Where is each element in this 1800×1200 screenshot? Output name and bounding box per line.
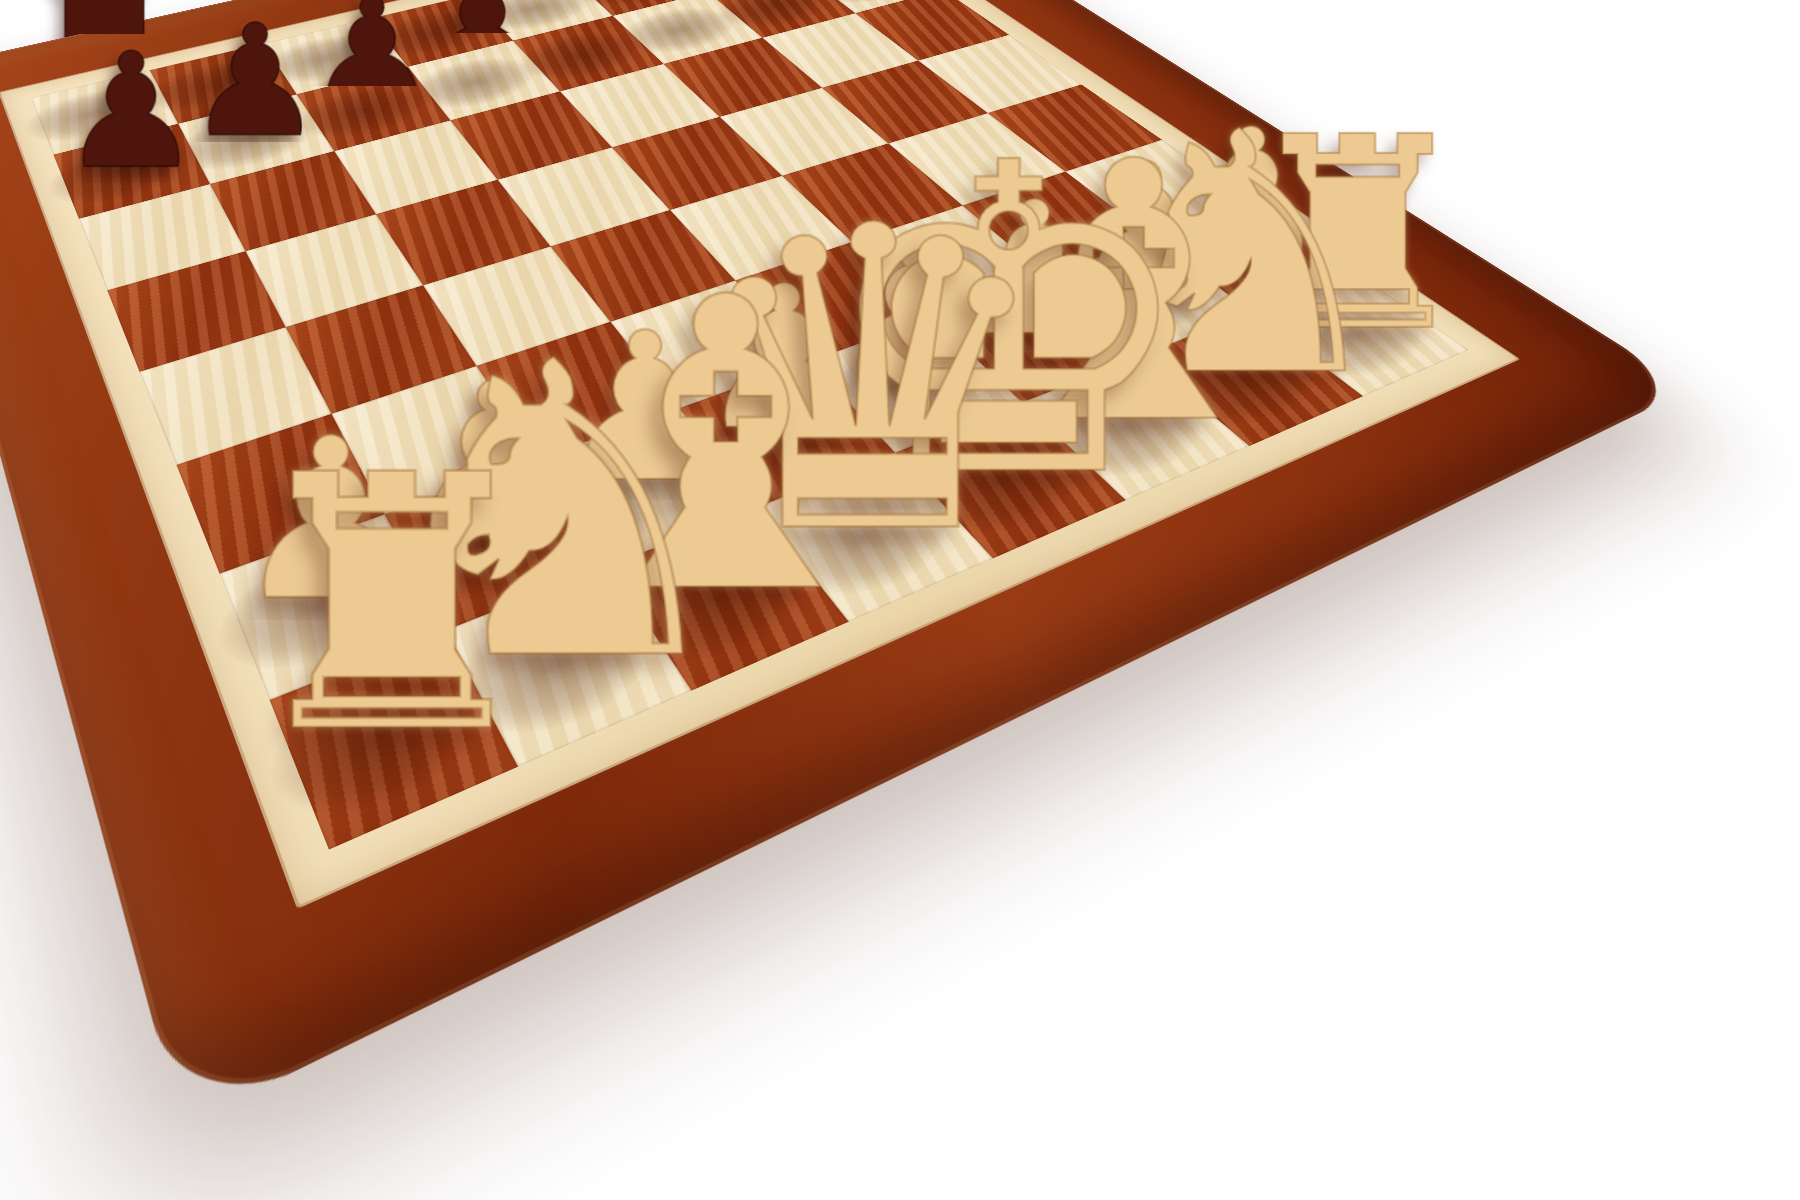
photo-scene: ♜♞♝♛♚♝♞♜♟♟♟♟♟♟♟♟♟♟♟♟♟♟♟♟♜♞♝♛♚♝♞♜ xyxy=(0,0,1800,1200)
chess-board: ♜♞♝♛♚♝♞♜♟♟♟♟♟♟♟♟♟♟♟♟♟♟♟♟♜♞♝♛♚♝♞♜ xyxy=(0,0,1689,1127)
pawn-icon: ♟ xyxy=(60,32,203,191)
pawn-icon: ♟ xyxy=(186,5,324,159)
rook-icon: ♜ xyxy=(234,430,550,782)
